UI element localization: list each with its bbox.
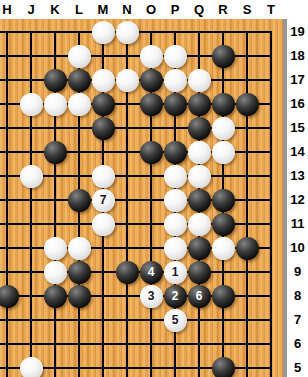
stone-white-q11 — [188, 213, 211, 236]
stone-white-p11 — [164, 213, 187, 236]
stone-black-l12 — [68, 189, 91, 212]
stone-white-l16 — [68, 93, 91, 116]
stone-black-q12 — [188, 189, 211, 212]
stone-move-number: 7 — [100, 193, 107, 207]
grid-line-vertical — [246, 31, 247, 377]
stone-white-p7: 5 — [164, 309, 187, 332]
grid-line-vertical — [270, 31, 271, 377]
column-label-h: H — [0, 0, 19, 19]
column-label-j: J — [19, 0, 43, 19]
stone-black-s16 — [236, 93, 259, 116]
go-board[interactable]: 4267135 — [0, 19, 283, 377]
stone-white-q13 — [188, 165, 211, 188]
row-label-6: 6 — [287, 335, 308, 353]
stone-white-o8: 3 — [140, 285, 163, 308]
stone-black-m15 — [92, 117, 115, 140]
stone-black-r16 — [212, 93, 235, 116]
stone-black-k14 — [44, 141, 67, 164]
stone-white-n19 — [116, 21, 139, 44]
column-label-p: P — [163, 0, 187, 19]
column-label-m: M — [91, 0, 115, 19]
column-label-n: N — [115, 0, 139, 19]
stone-white-r14 — [212, 141, 235, 164]
stone-black-r12 — [212, 189, 235, 212]
stone-white-q17 — [188, 69, 211, 92]
stone-black-l8 — [68, 285, 91, 308]
stone-move-number: 5 — [172, 313, 179, 327]
row-label-15: 15 — [287, 119, 308, 137]
column-label-s: S — [235, 0, 259, 19]
grid-line-horizontal — [0, 319, 272, 320]
stone-black-n9 — [116, 261, 139, 284]
stone-black-o16 — [140, 93, 163, 116]
stone-black-q8: 6 — [188, 285, 211, 308]
grid-line-vertical — [6, 31, 7, 377]
stone-white-p10 — [164, 237, 187, 260]
stone-black-s10 — [236, 237, 259, 260]
go-diagram: 4267135 HJKLMNOPQRST 1918171615141312111… — [0, 0, 308, 377]
stone-white-m19 — [92, 21, 115, 44]
stone-black-h8 — [0, 285, 19, 308]
stone-white-r15 — [212, 117, 235, 140]
stone-black-m16 — [92, 93, 115, 116]
stone-black-p8: 2 — [164, 285, 187, 308]
column-label-q: Q — [187, 0, 211, 19]
stone-black-q15 — [188, 117, 211, 140]
stone-white-q14 — [188, 141, 211, 164]
stone-white-k10 — [44, 237, 67, 260]
row-label-8: 8 — [287, 287, 308, 305]
stone-white-l10 — [68, 237, 91, 260]
column-label-r: R — [211, 0, 235, 19]
row-label-16: 16 — [287, 95, 308, 113]
stone-white-r10 — [212, 237, 235, 260]
stone-white-p13 — [164, 165, 187, 188]
stone-black-r18 — [212, 45, 235, 68]
row-label-9: 9 — [287, 263, 308, 281]
stone-white-p17 — [164, 69, 187, 92]
stone-black-o9: 4 — [140, 261, 163, 284]
stone-white-m11 — [92, 213, 115, 236]
stone-move-number: 6 — [196, 289, 203, 303]
stone-black-r5 — [212, 357, 235, 377]
stone-black-o17 — [140, 69, 163, 92]
stone-white-m17 — [92, 69, 115, 92]
row-labels: 1918171615141312111098765 — [287, 0, 308, 377]
stone-black-r11 — [212, 213, 235, 236]
column-labels: HJKLMNOPQRST — [0, 0, 308, 19]
row-label-14: 14 — [287, 143, 308, 161]
column-label-o: O — [139, 0, 163, 19]
stone-black-q16 — [188, 93, 211, 116]
row-label-17: 17 — [287, 71, 308, 89]
stone-black-l17 — [68, 69, 91, 92]
column-label-k: K — [43, 0, 67, 19]
stone-white-o18 — [140, 45, 163, 68]
stone-white-j13 — [20, 165, 43, 188]
stone-move-number: 3 — [148, 289, 155, 303]
stone-black-p14 — [164, 141, 187, 164]
stone-white-m13 — [92, 165, 115, 188]
stone-white-k9 — [44, 261, 67, 284]
stone-white-n17 — [116, 69, 139, 92]
stone-black-r8 — [212, 285, 235, 308]
stone-move-number: 1 — [172, 265, 179, 279]
row-label-13: 13 — [287, 167, 308, 185]
stone-white-m12: 7 — [92, 189, 115, 212]
row-label-10: 10 — [287, 239, 308, 257]
stone-black-q10 — [188, 237, 211, 260]
stone-black-o14 — [140, 141, 163, 164]
stone-black-q9 — [188, 261, 211, 284]
grid-line-vertical — [30, 31, 31, 377]
stone-white-p9: 1 — [164, 261, 187, 284]
column-label-t: T — [259, 0, 283, 19]
stone-black-l9 — [68, 261, 91, 284]
stone-white-j16 — [20, 93, 43, 116]
stone-white-p12 — [164, 189, 187, 212]
row-label-11: 11 — [287, 215, 308, 233]
row-label-18: 18 — [287, 47, 308, 65]
row-label-5: 5 — [287, 359, 308, 377]
stone-white-j5 — [20, 357, 43, 377]
stone-white-l18 — [68, 45, 91, 68]
stone-move-number: 4 — [148, 265, 155, 279]
stone-move-number: 2 — [172, 289, 179, 303]
stone-black-k17 — [44, 69, 67, 92]
row-label-19: 19 — [287, 23, 308, 41]
stone-white-k16 — [44, 93, 67, 116]
stone-black-p16 — [164, 93, 187, 116]
column-label-l: L — [67, 0, 91, 19]
stone-black-k8 — [44, 285, 67, 308]
row-label-7: 7 — [287, 311, 308, 329]
grid-line-horizontal — [0, 343, 272, 344]
row-label-12: 12 — [287, 191, 308, 209]
stone-white-p18 — [164, 45, 187, 68]
